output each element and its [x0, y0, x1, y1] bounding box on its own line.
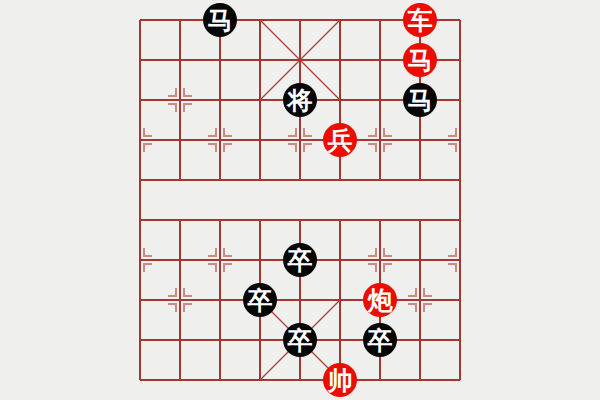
board-grid: 马车马将马兵卒卒炮卒卒帅	[120, 0, 480, 400]
piece-black-soldier[interactable]: 卒	[283, 243, 317, 277]
piece-black-horse[interactable]: 马	[203, 3, 237, 37]
piece-red-chariot[interactable]: 车	[403, 3, 437, 37]
piece-black-soldier[interactable]: 卒	[283, 323, 317, 357]
piece-red-general[interactable]: 帅	[323, 363, 357, 397]
piece-black-soldier[interactable]: 卒	[363, 323, 397, 357]
piece-red-horse[interactable]: 马	[403, 43, 437, 77]
piece-red-soldier[interactable]: 兵	[323, 123, 357, 157]
piece-black-horse[interactable]: 马	[403, 83, 437, 117]
piece-black-general[interactable]: 将	[283, 83, 317, 117]
xiangqi-board: 马车马将马兵卒卒炮卒卒帅	[120, 0, 480, 400]
piece-red-cannon[interactable]: 炮	[363, 283, 397, 317]
piece-black-soldier[interactable]: 卒	[243, 283, 277, 317]
background: 马车马将马兵卒卒炮卒卒帅	[0, 0, 600, 400]
